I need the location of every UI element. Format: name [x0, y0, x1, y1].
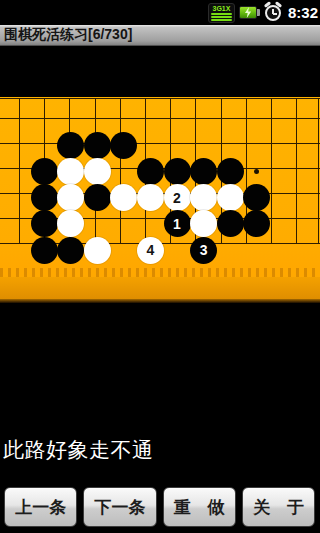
app-title: 围棋死活练习[6/730] — [0, 26, 132, 44]
battery-tip — [257, 9, 260, 16]
black-stone — [217, 210, 244, 237]
board-fade-edge — [0, 299, 320, 303]
grid-vline — [296, 98, 297, 244]
grid-vline — [318, 98, 319, 244]
white-stone — [57, 158, 84, 185]
white-stone — [57, 184, 84, 211]
grid-vline — [271, 98, 272, 244]
black-stone — [110, 132, 137, 159]
black-stone — [31, 210, 58, 237]
white-stone — [190, 210, 217, 237]
black-stone — [57, 237, 84, 264]
black-stone — [190, 158, 217, 185]
black-stone — [217, 158, 244, 185]
black-stone — [243, 184, 270, 211]
signal-bar — [211, 13, 232, 15]
go-board[interactable]: 2143 — [0, 97, 320, 303]
black-stone — [84, 184, 111, 211]
grid-vline — [19, 98, 20, 244]
white-stone: 4 — [137, 237, 164, 264]
grid-vline — [120, 98, 121, 244]
next-button[interactable]: 下一条 — [83, 487, 156, 527]
hoshi-point — [254, 169, 259, 174]
grid-hline — [0, 98, 320, 99]
about-button[interactable]: 关 于 — [242, 487, 315, 527]
board-fade-band — [0, 277, 320, 299]
move-number-label: 4 — [146, 242, 154, 258]
status-time: 8:32 — [288, 4, 318, 21]
move-number-label: 2 — [173, 190, 181, 206]
network-3g1x-icon: 3G1X — [208, 3, 235, 23]
network-label: 3G1X — [213, 5, 231, 12]
alarm-clock-icon — [264, 3, 282, 22]
white-stone — [84, 237, 111, 264]
app-screen: 3G1X 8:32 围棋死活练习[6/730] 2143 此路好象走不通 上一条 — [0, 0, 320, 533]
black-stone — [31, 237, 58, 264]
white-stone — [137, 184, 164, 211]
redo-button[interactable]: 重 做 — [163, 487, 236, 527]
black-stone: 1 — [164, 210, 191, 237]
black-stone — [243, 210, 270, 237]
move-number-label: 1 — [173, 216, 181, 232]
battery-charging-icon — [239, 6, 260, 19]
signal-bar — [211, 19, 232, 21]
white-stone — [217, 184, 244, 211]
white-stone — [57, 210, 84, 237]
clock-hand — [273, 13, 277, 15]
signal-bar — [211, 16, 232, 18]
move-number-label: 3 — [200, 242, 208, 258]
title-bar: 围棋死活练习[6/730] — [0, 25, 320, 46]
status-message: 此路好象走不通 — [3, 436, 154, 464]
status-bar: 3G1X 8:32 — [0, 0, 320, 25]
board-clip-fringe — [0, 268, 320, 277]
white-stone: 2 — [164, 184, 191, 211]
black-stone — [137, 158, 164, 185]
black-stone — [57, 132, 84, 159]
black-stone — [84, 132, 111, 159]
black-stone — [164, 158, 191, 185]
white-stone — [84, 158, 111, 185]
black-stone: 3 — [190, 237, 217, 264]
black-stone — [31, 184, 58, 211]
prev-button[interactable]: 上一条 — [4, 487, 77, 527]
grid-hline — [0, 118, 320, 119]
button-row: 上一条 下一条 重 做 关 于 — [0, 487, 320, 527]
black-stone — [31, 158, 58, 185]
white-stone — [110, 184, 137, 211]
grid-hline — [0, 143, 320, 144]
white-stone — [190, 184, 217, 211]
